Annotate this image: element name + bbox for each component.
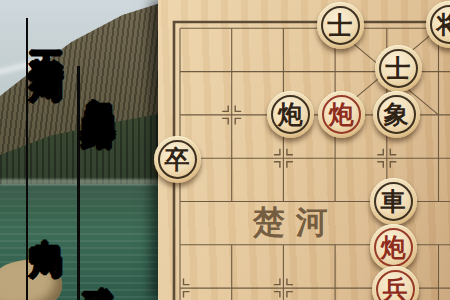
piece-general-black[interactable]: 将: [426, 1, 450, 48]
title-column-2-part-1: 入局思路: [82, 72, 115, 96]
piece-character: 車: [370, 178, 417, 225]
divider-line-1: [26, 18, 29, 300]
piece-advisor-black[interactable]: 士: [375, 45, 422, 92]
piece-character: 炮: [318, 91, 365, 138]
piece-character: 炮: [267, 91, 314, 138]
piece-soldier-red[interactable]: 兵: [372, 266, 419, 300]
piece-advisor-black[interactable]: 士: [317, 2, 364, 49]
app-screen: 正谱布局 中局 入局思路 残 楚河 士将士炮炮象卒車炮兵: [0, 0, 450, 300]
piece-cannon-black[interactable]: 炮: [267, 91, 314, 138]
title-column-1-part-2: 中局: [30, 214, 63, 226]
piece-character: 卒: [154, 136, 201, 183]
river-label: 楚河: [253, 204, 373, 240]
piece-character: 士: [317, 2, 364, 49]
piece-character: 象: [373, 91, 420, 138]
piece-cannon-red[interactable]: 炮: [318, 91, 365, 138]
xiangqi-board[interactable]: 楚河 士将士炮炮象卒車炮兵: [158, 0, 450, 300]
piece-character: 士: [375, 45, 422, 92]
title-column-2-part-2: 残: [82, 262, 115, 268]
piece-character: 将: [426, 1, 450, 48]
piece-cannon-red[interactable]: 炮: [370, 224, 417, 271]
piece-character: 炮: [370, 224, 417, 271]
piece-chariot-black[interactable]: 車: [370, 178, 417, 225]
piece-elephant-black[interactable]: 象: [373, 91, 420, 138]
piece-character: 兵: [372, 266, 419, 300]
piece-soldier-black[interactable]: 卒: [154, 136, 201, 183]
title-column-1-part-1: 正谱布局: [30, 26, 63, 50]
